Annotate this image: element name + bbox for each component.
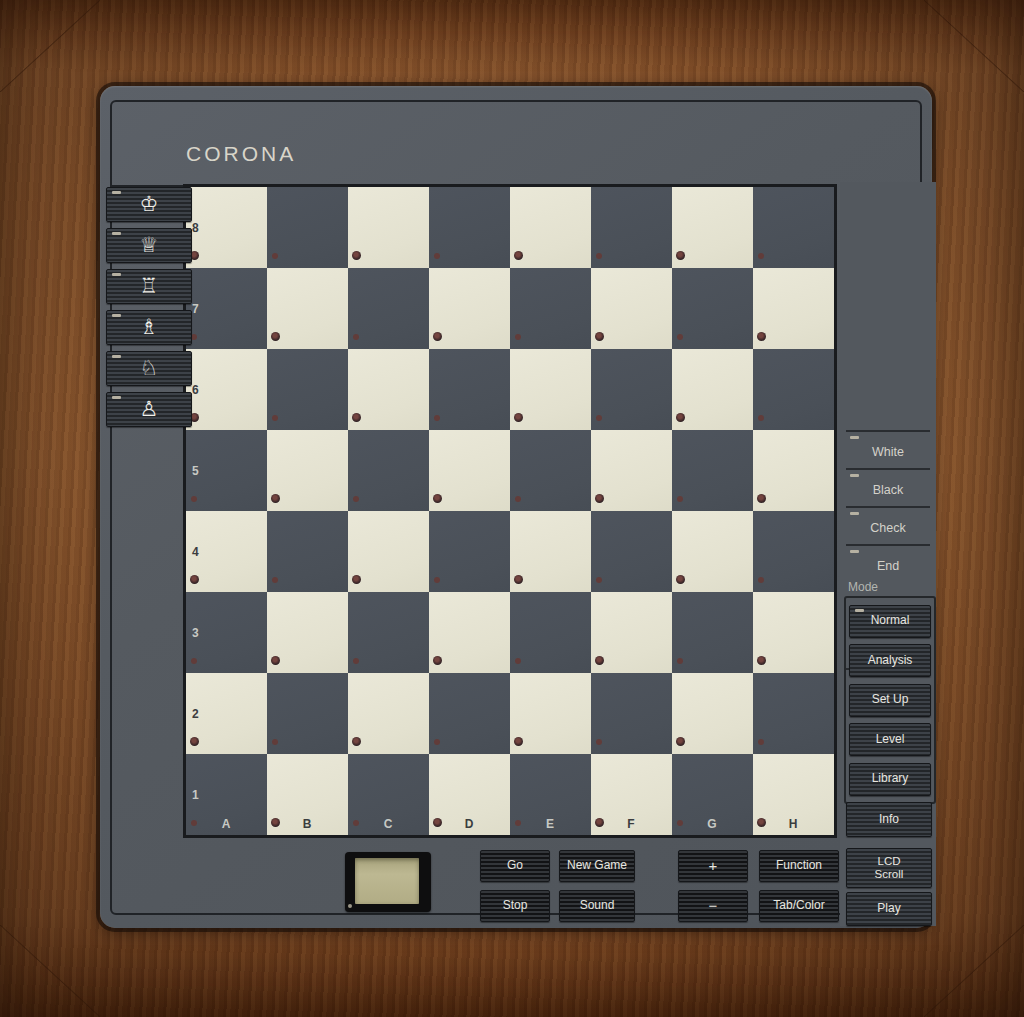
file-label: C (384, 817, 394, 831)
square-c3[interactable] (348, 592, 429, 673)
status-led-check: Check (846, 506, 930, 546)
rank-label: 4 (192, 545, 199, 559)
sensor-dot (596, 577, 602, 583)
sensor-dot (677, 820, 683, 826)
square-h5[interactable] (753, 430, 834, 511)
mode-key-label: Set Up (872, 693, 909, 707)
piece-key-pawn[interactable]: ♙ (106, 392, 192, 427)
sensor-dot (758, 415, 764, 421)
lcd-scroll-key[interactable]: LCD Scroll (846, 848, 932, 888)
sensor-dot (758, 739, 764, 745)
status-label: White (846, 445, 930, 459)
mode-key-library[interactable]: Library (849, 763, 931, 796)
square-c5[interactable] (348, 430, 429, 511)
square-b7[interactable] (267, 268, 348, 349)
square-h1[interactable]: H (753, 754, 834, 835)
sensor-dot (271, 332, 280, 341)
status-led-end: End (846, 544, 930, 584)
queen-icon: ♕ (140, 235, 159, 256)
sensor-dot (677, 658, 683, 664)
piece-key-knight[interactable]: ♘ (106, 351, 192, 386)
square-a3[interactable]: 3 (186, 592, 267, 673)
square-b1[interactable]: B (267, 754, 348, 835)
sensor-dot (434, 253, 440, 259)
frame-miter-top-left (0, 0, 100, 92)
sensor-dot (352, 413, 361, 422)
sensor-dot (352, 737, 361, 746)
sensor-dot (514, 737, 523, 746)
led-indicator (112, 191, 121, 194)
square-b5[interactable] (267, 430, 348, 511)
rank-label: 8 (192, 221, 199, 235)
piece-key-queen[interactable]: ♕ (106, 228, 192, 263)
sensor-dot (515, 496, 521, 502)
sensor-dot (595, 332, 604, 341)
control-panel: CORONA 87654321ABCDEFGH ♔♕♖♗♘♙ WhiteBlac… (100, 86, 932, 928)
square-d5[interactable] (429, 430, 510, 511)
sensor-dot (272, 739, 278, 745)
rook-icon: ♖ (140, 276, 159, 297)
square-f5[interactable] (591, 430, 672, 511)
brand-label: CORONA (186, 142, 296, 166)
sensor-dot (676, 251, 685, 260)
plus-key[interactable]: + (678, 850, 748, 882)
rank-label: 7 (192, 302, 199, 316)
square-e2[interactable] (510, 673, 591, 754)
status-label: Check (846, 521, 930, 535)
piece-key-bishop[interactable]: ♗ (106, 310, 192, 345)
pawn-icon: ♙ (140, 399, 159, 420)
square-e6[interactable] (510, 349, 591, 430)
square-f3[interactable] (591, 592, 672, 673)
mode-key-label: Library (872, 772, 909, 786)
king-icon: ♔ (140, 194, 159, 215)
status-led-white: White (846, 430, 930, 470)
chess-board: 87654321ABCDEFGH (183, 184, 837, 838)
sensor-dot (433, 818, 442, 827)
square-f7[interactable] (591, 268, 672, 349)
square-g2[interactable] (672, 673, 753, 754)
sensor-dot (271, 494, 280, 503)
sensor-dot (272, 577, 278, 583)
square-a1[interactable]: 1A (186, 754, 267, 835)
sensor-dot (272, 415, 278, 421)
status-label: Black (846, 483, 930, 497)
sensor-dot (758, 253, 764, 259)
square-g5[interactable] (672, 430, 753, 511)
square-h8[interactable] (753, 187, 834, 268)
mode-key-label: Normal (871, 614, 910, 628)
piece-key-rook[interactable]: ♖ (106, 269, 192, 304)
file-label: A (222, 817, 232, 831)
square-g4[interactable] (672, 511, 753, 592)
square-d1[interactable]: D (429, 754, 510, 835)
square-c7[interactable] (348, 268, 429, 349)
sensor-dot (434, 739, 440, 745)
rank-label: 3 (192, 626, 199, 640)
file-label: B (303, 817, 313, 831)
lcd-led (348, 904, 352, 908)
sensor-dot (190, 737, 199, 746)
sensor-dot (434, 577, 440, 583)
mode-key-set-up[interactable]: Set Up (849, 684, 931, 717)
square-b6[interactable] (267, 349, 348, 430)
square-h4[interactable] (753, 511, 834, 592)
rank-label: 5 (192, 464, 199, 478)
square-f4[interactable] (591, 511, 672, 592)
sensor-dot (515, 334, 521, 340)
status-led-black: Black (846, 468, 930, 508)
led-indicator (850, 512, 859, 515)
sensor-dot (434, 415, 440, 421)
mode-key-label: Level (876, 733, 905, 747)
sensor-dot (757, 332, 766, 341)
square-h3[interactable] (753, 592, 834, 673)
sound-key[interactable]: Sound (559, 890, 635, 922)
frame-miter-top-right (924, 0, 1024, 92)
square-e3[interactable] (510, 592, 591, 673)
mode-key-analysis[interactable]: Analysis (849, 644, 931, 677)
rank-label: 1 (192, 788, 199, 802)
square-a6[interactable]: 6 (186, 349, 267, 430)
square-g6[interactable] (672, 349, 753, 430)
sensor-dot (433, 332, 442, 341)
square-d6[interactable] (429, 349, 510, 430)
play-key[interactable]: Play (846, 892, 932, 926)
sensor-dot (190, 575, 199, 584)
sensor-dot (352, 575, 361, 584)
led-indicator (850, 474, 859, 477)
piece-key-king[interactable]: ♔ (106, 187, 192, 222)
square-c4[interactable] (348, 511, 429, 592)
mode-section-label: Mode (848, 580, 878, 594)
square-d3[interactable] (429, 592, 510, 673)
square-b3[interactable] (267, 592, 348, 673)
sensor-dot (433, 656, 442, 665)
sensor-dot (191, 820, 197, 826)
led-indicator (112, 355, 121, 358)
led-indicator (850, 436, 859, 439)
sensor-dot (677, 334, 683, 340)
led-indicator (112, 314, 121, 317)
square-h6[interactable] (753, 349, 834, 430)
square-f6[interactable] (591, 349, 672, 430)
mode-key-normal[interactable]: Normal (849, 605, 931, 638)
square-f8[interactable] (591, 187, 672, 268)
sensor-dot (433, 494, 442, 503)
sensor-dot (272, 253, 278, 259)
sensor-dot (757, 818, 766, 827)
square-h2[interactable] (753, 673, 834, 754)
mode-section: NormalAnalysisSet UpLevelLibrary (844, 596, 936, 804)
square-b2[interactable] (267, 673, 348, 754)
led-indicator (850, 550, 859, 553)
lcd-display (345, 852, 431, 912)
tab-color-key[interactable]: Tab/Color (759, 890, 839, 922)
go-key[interactable]: Go (480, 850, 550, 882)
sensor-dot (596, 739, 602, 745)
file-label: H (789, 817, 799, 831)
new-game-key[interactable]: New Game (559, 850, 635, 882)
lcd-scroll-line2: Scroll (875, 868, 904, 881)
sensor-dot (515, 658, 521, 664)
square-e4[interactable] (510, 511, 591, 592)
square-d4[interactable] (429, 511, 510, 592)
square-c2[interactable] (348, 673, 429, 754)
led-indicator (112, 273, 121, 276)
sensor-dot (514, 251, 523, 260)
sensor-dot (191, 658, 197, 664)
square-b4[interactable] (267, 511, 348, 592)
square-a2[interactable]: 2 (186, 673, 267, 754)
sensor-dot (353, 820, 359, 826)
rank-label: 6 (192, 383, 199, 397)
sensor-dot (271, 656, 280, 665)
sensor-dot (596, 253, 602, 259)
file-label: G (707, 817, 717, 831)
square-g7[interactable] (672, 268, 753, 349)
square-d8[interactable] (429, 187, 510, 268)
square-a4[interactable]: 4 (186, 511, 267, 592)
sensor-dot (595, 494, 604, 503)
sensor-dot (595, 656, 604, 665)
sensor-dot (271, 818, 280, 827)
square-e8[interactable] (510, 187, 591, 268)
sensor-dot (353, 334, 359, 340)
square-g1[interactable]: G (672, 754, 753, 835)
rank-label: 2 (192, 707, 199, 721)
square-a5[interactable]: 5 (186, 430, 267, 511)
square-f1[interactable]: F (591, 754, 672, 835)
square-c8[interactable] (348, 187, 429, 268)
sensor-dot (353, 658, 359, 664)
stop-key[interactable]: Stop (480, 890, 550, 922)
info-key[interactable]: Info (846, 802, 932, 837)
chess-computer: CORONA 87654321ABCDEFGH ♔♕♖♗♘♙ WhiteBlac… (0, 0, 1024, 1017)
file-label: D (465, 817, 475, 831)
sensor-dot (514, 575, 523, 584)
knight-icon: ♘ (140, 358, 159, 379)
sensor-dot (596, 415, 602, 421)
square-g8[interactable] (672, 187, 753, 268)
sensor-dot (758, 577, 764, 583)
frame-miter-bottom-left (0, 925, 100, 1017)
square-b8[interactable] (267, 187, 348, 268)
sensor-dot (757, 656, 766, 665)
sensor-dot (676, 575, 685, 584)
square-a8[interactable]: 8 (186, 187, 267, 268)
lcd-screen (355, 858, 419, 904)
sensor-dot (353, 496, 359, 502)
square-e7[interactable] (510, 268, 591, 349)
file-label: F (627, 817, 635, 831)
sensor-dot (677, 496, 683, 502)
mode-key-label: Analysis (868, 654, 913, 668)
sensor-dot (757, 494, 766, 503)
square-e5[interactable] (510, 430, 591, 511)
led-indicator (112, 232, 121, 235)
square-g3[interactable] (672, 592, 753, 673)
mode-key-level[interactable]: Level (849, 723, 931, 756)
function-key[interactable]: Function (759, 850, 839, 882)
sensor-dot (515, 820, 521, 826)
square-a7[interactable]: 7 (186, 268, 267, 349)
sensor-dot (514, 413, 523, 422)
status-label: End (846, 559, 930, 573)
square-d7[interactable] (429, 268, 510, 349)
bishop-icon: ♗ (140, 317, 159, 338)
square-c1[interactable]: C (348, 754, 429, 835)
lcd-scroll-line1: LCD (877, 855, 900, 868)
sensor-dot (191, 496, 197, 502)
sensor-dot (676, 413, 685, 422)
sensor-dot (352, 251, 361, 260)
square-c6[interactable] (348, 349, 429, 430)
square-d2[interactable] (429, 673, 510, 754)
square-f2[interactable] (591, 673, 672, 754)
square-h7[interactable] (753, 268, 834, 349)
minus-key[interactable]: − (678, 890, 748, 922)
file-label: E (546, 817, 555, 831)
square-e1[interactable]: E (510, 754, 591, 835)
led-indicator (855, 609, 864, 612)
sensor-dot (676, 737, 685, 746)
sensor-dot (595, 818, 604, 827)
frame-miter-bottom-right (924, 925, 1024, 1017)
led-indicator (112, 396, 121, 399)
